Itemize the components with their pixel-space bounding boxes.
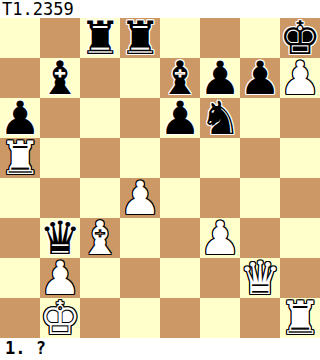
- square-d7[interactable]: [120, 58, 160, 98]
- square-f1[interactable]: [200, 298, 240, 338]
- square-b6[interactable]: [40, 98, 80, 138]
- piece-black-knight[interactable]: ♞: [199, 98, 240, 138]
- square-b1[interactable]: ♚: [40, 298, 80, 338]
- piece-white-king[interactable]: ♚: [39, 298, 80, 338]
- square-a4[interactable]: [0, 178, 40, 218]
- piece-black-pawn[interactable]: ♟: [159, 98, 200, 138]
- square-a3[interactable]: [0, 218, 40, 258]
- square-b7[interactable]: ♝: [40, 58, 80, 98]
- square-d8[interactable]: ♜: [120, 18, 160, 58]
- square-a8[interactable]: [0, 18, 40, 58]
- piece-white-pawn[interactable]: ♟: [119, 178, 160, 218]
- square-f2[interactable]: [200, 258, 240, 298]
- chess-board: ♜♜♚♝♝♟♟♟♟♟♞♜♟♛♝♟♟♛♚♜: [0, 18, 320, 338]
- piece-white-pawn[interactable]: ♟: [199, 218, 240, 258]
- square-b5[interactable]: [40, 138, 80, 178]
- square-c1[interactable]: [80, 298, 120, 338]
- square-c5[interactable]: [80, 138, 120, 178]
- square-h1[interactable]: ♜: [280, 298, 320, 338]
- square-c6[interactable]: [80, 98, 120, 138]
- square-e3[interactable]: [160, 218, 200, 258]
- piece-white-rook[interactable]: ♜: [0, 138, 41, 178]
- square-h4[interactable]: [280, 178, 320, 218]
- square-e2[interactable]: [160, 258, 200, 298]
- square-c7[interactable]: [80, 58, 120, 98]
- square-a2[interactable]: [0, 258, 40, 298]
- piece-black-rook[interactable]: ♜: [79, 18, 120, 58]
- square-e5[interactable]: [160, 138, 200, 178]
- square-a5[interactable]: ♜: [0, 138, 40, 178]
- square-h3[interactable]: [280, 218, 320, 258]
- piece-black-rook[interactable]: ♜: [119, 18, 160, 58]
- square-d1[interactable]: [120, 298, 160, 338]
- square-a1[interactable]: [0, 298, 40, 338]
- square-f5[interactable]: [200, 138, 240, 178]
- square-g5[interactable]: [240, 138, 280, 178]
- square-h6[interactable]: [280, 98, 320, 138]
- square-g7[interactable]: ♟: [240, 58, 280, 98]
- piece-white-rook[interactable]: ♜: [279, 298, 320, 338]
- square-g2[interactable]: ♛: [240, 258, 280, 298]
- square-g1[interactable]: [240, 298, 280, 338]
- square-d3[interactable]: [120, 218, 160, 258]
- square-d4[interactable]: ♟: [120, 178, 160, 218]
- square-c2[interactable]: [80, 258, 120, 298]
- square-e1[interactable]: [160, 298, 200, 338]
- piece-white-queen[interactable]: ♛: [239, 258, 280, 298]
- square-e4[interactable]: [160, 178, 200, 218]
- square-c8[interactable]: ♜: [80, 18, 120, 58]
- piece-white-pawn[interactable]: ♟: [279, 58, 320, 98]
- chess-trainer-window: T1.2359 ♜♜♚♝♝♟♟♟♟♟♞♜♟♛♝♟♟♛♚♜ 1. ?: [0, 0, 320, 360]
- piece-black-bishop[interactable]: ♝: [39, 58, 80, 98]
- piece-white-bishop[interactable]: ♝: [79, 218, 120, 258]
- square-g6[interactable]: [240, 98, 280, 138]
- square-c3[interactable]: ♝: [80, 218, 120, 258]
- square-f3[interactable]: ♟: [200, 218, 240, 258]
- square-g4[interactable]: [240, 178, 280, 218]
- square-e6[interactable]: ♟: [160, 98, 200, 138]
- square-f6[interactable]: ♞: [200, 98, 240, 138]
- square-d6[interactable]: [120, 98, 160, 138]
- square-h7[interactable]: ♟: [280, 58, 320, 98]
- piece-black-pawn[interactable]: ♟: [239, 58, 280, 98]
- square-d2[interactable]: [120, 258, 160, 298]
- square-h5[interactable]: [280, 138, 320, 178]
